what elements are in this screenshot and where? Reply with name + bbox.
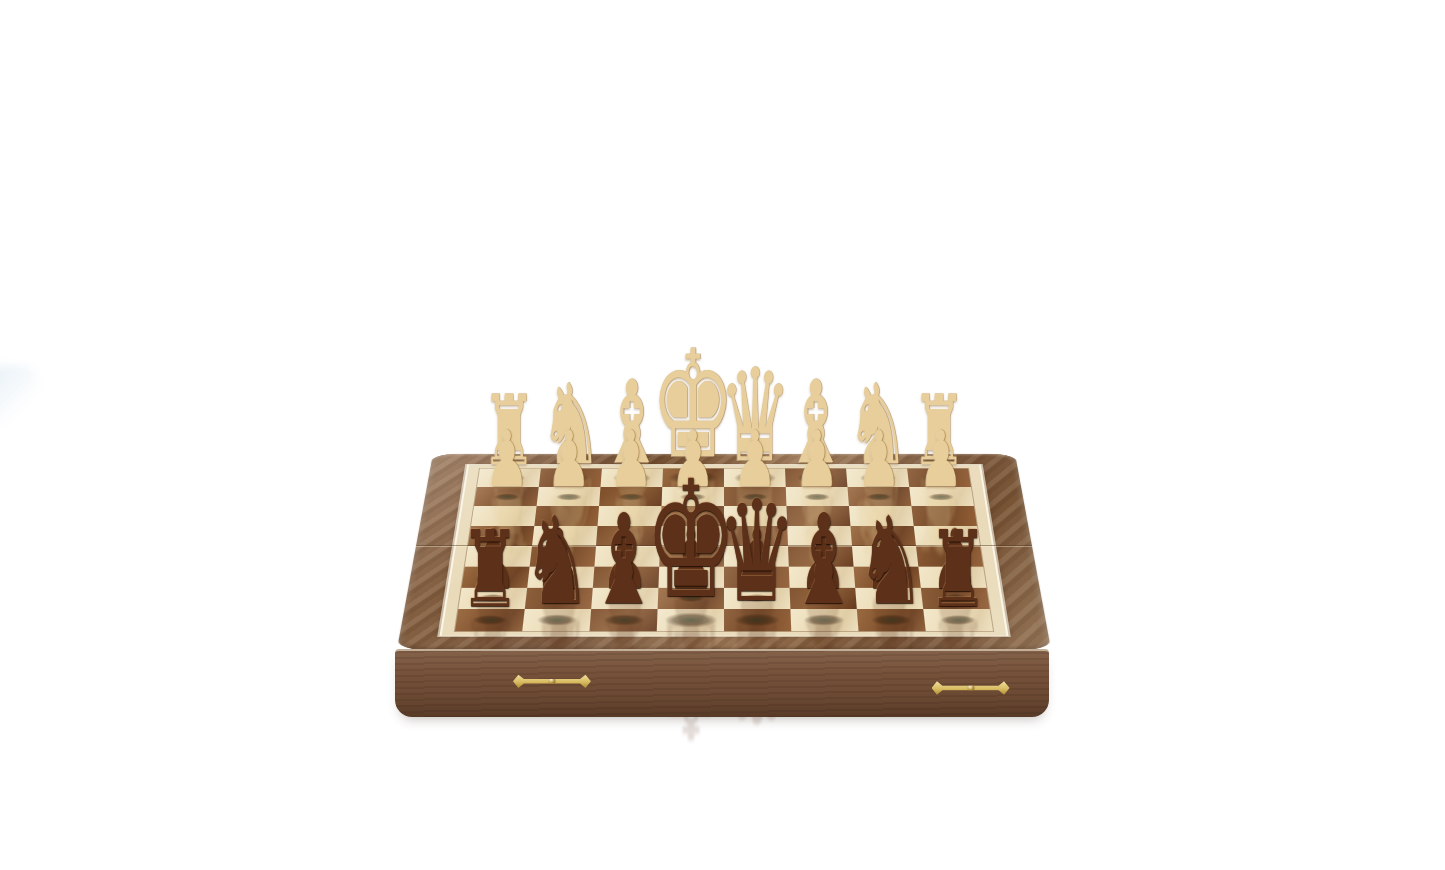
bishop-glyph: ♝ [588, 498, 659, 622]
piece-white-pawn-b2[interactable]: ♟ [857, 421, 902, 499]
latch-pin-icon [548, 678, 555, 685]
bishop-glyph: ♝ [789, 498, 860, 622]
pawn-glyph: ♟ [546, 421, 591, 499]
piece-black-rook-a8[interactable]: ♜ [928, 517, 989, 623]
piece-white-pawn-h2[interactable]: ♟ [484, 421, 529, 499]
piece-black-knight-g8[interactable]: ♞ [522, 501, 591, 622]
photo-stage: Folding wooden magnetic travel chess set… [0, 0, 1445, 870]
pieces-layer: ♜♞♝♛♚♝♞♜♟♟♟♟♟♟♟♟♟♟♟♟♟♟♟♟♜♞♝♛♚♝♞♜ [0, 0, 1445, 870]
brass-latch-left-icon [513, 673, 591, 689]
piece-black-bishop-f8[interactable]: ♝ [588, 498, 659, 622]
rook-glyph: ♜ [460, 517, 521, 623]
box-front-face [395, 649, 1049, 717]
knight-glyph: ♞ [522, 501, 591, 622]
piece-black-knight-b8[interactable]: ♞ [856, 501, 925, 622]
pawn-glyph: ♟ [919, 421, 964, 499]
pawn-glyph: ♟ [857, 421, 902, 499]
piece-white-pawn-a2[interactable]: ♟ [919, 421, 964, 499]
rook-glyph: ♜ [928, 517, 989, 623]
piece-white-pawn-g2[interactable]: ♟ [546, 421, 591, 499]
knight-glyph: ♞ [856, 501, 925, 622]
latch-pin-icon [967, 684, 974, 691]
piece-black-bishop-c8[interactable]: ♝ [789, 498, 860, 622]
piece-black-rook-h8[interactable]: ♜ [460, 517, 521, 623]
pawn-glyph: ♟ [484, 421, 529, 499]
brass-latch-right-icon [932, 680, 1010, 696]
